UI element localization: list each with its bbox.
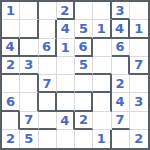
cell-r7c3[interactable] [39, 112, 57, 130]
given-digit: 2 [116, 77, 125, 90]
cell-r1c3[interactable] [39, 2, 57, 20]
given-digit: 2 [6, 58, 15, 71]
given-digit: 3 [24, 58, 33, 71]
cell-r7c7[interactable]: 7 [112, 112, 130, 130]
cell-r6c7[interactable]: 4 [112, 93, 130, 111]
cell-r3c1[interactable]: 4 [2, 39, 20, 57]
cell-r6c8[interactable]: 3 [130, 93, 148, 111]
given-digit: 5 [24, 132, 33, 145]
cell-r2c6[interactable]: 1 [93, 20, 111, 38]
cell-r3c7[interactable]: 6 [112, 39, 130, 57]
given-digit: 6 [42, 40, 51, 53]
cell-r8c4[interactable] [57, 130, 75, 148]
cell-r2c2[interactable] [20, 20, 38, 38]
cell-r8c5[interactable] [75, 130, 93, 148]
cell-r7c8[interactable] [130, 112, 148, 130]
cell-r4c6[interactable] [93, 57, 111, 75]
cell-r6c3[interactable] [39, 93, 57, 111]
given-digit: 5 [79, 22, 88, 35]
cell-r4c8[interactable]: 7 [130, 57, 148, 75]
given-digit: 2 [79, 113, 88, 126]
cell-r4c1[interactable]: 2 [2, 57, 20, 75]
given-digit: 5 [79, 58, 88, 71]
cell-r5c1[interactable] [2, 75, 20, 93]
cell-r3c4[interactable]: 1 [57, 39, 75, 57]
cell-r4c2[interactable]: 3 [20, 57, 38, 75]
cell-r1c6[interactable] [93, 2, 111, 20]
cell-r6c2[interactable] [20, 93, 38, 111]
cell-r7c5[interactable]: 2 [75, 112, 93, 130]
given-digit: 6 [116, 40, 125, 53]
given-digit: 4 [116, 95, 125, 108]
given-digit: 3 [116, 4, 125, 17]
given-digit: 1 [97, 132, 106, 145]
cell-r5c8[interactable] [130, 75, 148, 93]
cell-r1c7[interactable]: 3 [112, 2, 130, 20]
cell-r7c1[interactable] [2, 112, 20, 130]
given-digit: 7 [134, 58, 143, 71]
cell-r3c3[interactable]: 6 [39, 39, 57, 57]
cell-r1c1[interactable]: 1 [2, 2, 20, 20]
cell-r8c3[interactable] [39, 130, 57, 148]
given-digit: 1 [61, 41, 70, 54]
cell-r4c3[interactable] [39, 57, 57, 75]
cell-r5c6[interactable] [93, 75, 111, 93]
cell-r2c4[interactable]: 4 [57, 20, 75, 38]
cell-r8c7[interactable] [112, 130, 130, 148]
cell-r2c8[interactable]: 1 [130, 20, 148, 38]
cell-r4c4[interactable] [57, 57, 75, 75]
cell-r1c2[interactable] [20, 2, 38, 20]
cell-r4c5[interactable]: 5 [75, 57, 93, 75]
cell-r3c6[interactable] [93, 39, 111, 57]
given-digit: 2 [134, 132, 143, 145]
given-digit: 6 [79, 40, 88, 53]
cell-r2c5[interactable]: 5 [75, 20, 93, 38]
given-digit: 2 [6, 132, 15, 145]
cell-r2c3[interactable] [39, 20, 57, 38]
given-digit: 4 [115, 22, 124, 35]
given-digit: 4 [6, 40, 15, 53]
given-digit: 3 [134, 95, 143, 108]
given-digit: 1 [134, 22, 143, 35]
cell-r1c5[interactable] [75, 2, 93, 20]
cell-r6c4[interactable] [57, 93, 75, 111]
cell-r4c7[interactable] [112, 57, 130, 75]
cell-r6c5[interactable] [75, 93, 93, 111]
cell-r2c7[interactable]: 4 [112, 20, 130, 38]
cell-r7c2[interactable]: 7 [20, 112, 38, 130]
cell-r5c4[interactable] [57, 75, 75, 93]
cell-r3c8[interactable] [130, 39, 148, 57]
suguru-board: 123451414616623577264374272512 [0, 0, 150, 150]
given-digit: 1 [6, 4, 15, 17]
given-digit: 7 [43, 77, 52, 90]
cell-r8c2[interactable]: 5 [20, 130, 38, 148]
cell-r2c1[interactable] [2, 20, 20, 38]
cell-r5c3[interactable]: 7 [39, 75, 57, 93]
cell-r7c4[interactable]: 4 [57, 112, 75, 130]
cell-r6c1[interactable]: 6 [2, 93, 20, 111]
given-digit: 6 [6, 95, 15, 108]
given-digit: 1 [97, 22, 106, 35]
given-digit: 4 [61, 22, 70, 35]
cell-r5c5[interactable] [75, 75, 93, 93]
cell-r3c5[interactable]: 6 [75, 39, 93, 57]
cell-r5c2[interactable] [20, 75, 38, 93]
cell-r3c2[interactable] [20, 39, 38, 57]
cell-r1c8[interactable] [130, 2, 148, 20]
given-digit: 4 [60, 114, 69, 127]
cell-r8c1[interactable]: 2 [2, 130, 20, 148]
given-digit: 2 [60, 4, 69, 17]
cell-r5c7[interactable]: 2 [112, 75, 130, 93]
cell-r8c8[interactable]: 2 [130, 130, 148, 148]
given-digit: 7 [24, 113, 33, 126]
cell-r1c4[interactable]: 2 [57, 2, 75, 20]
cell-r7c6[interactable] [93, 112, 111, 130]
cell-r8c6[interactable]: 1 [93, 130, 111, 148]
given-digit: 7 [116, 113, 125, 126]
cell-r6c6[interactable] [93, 93, 111, 111]
